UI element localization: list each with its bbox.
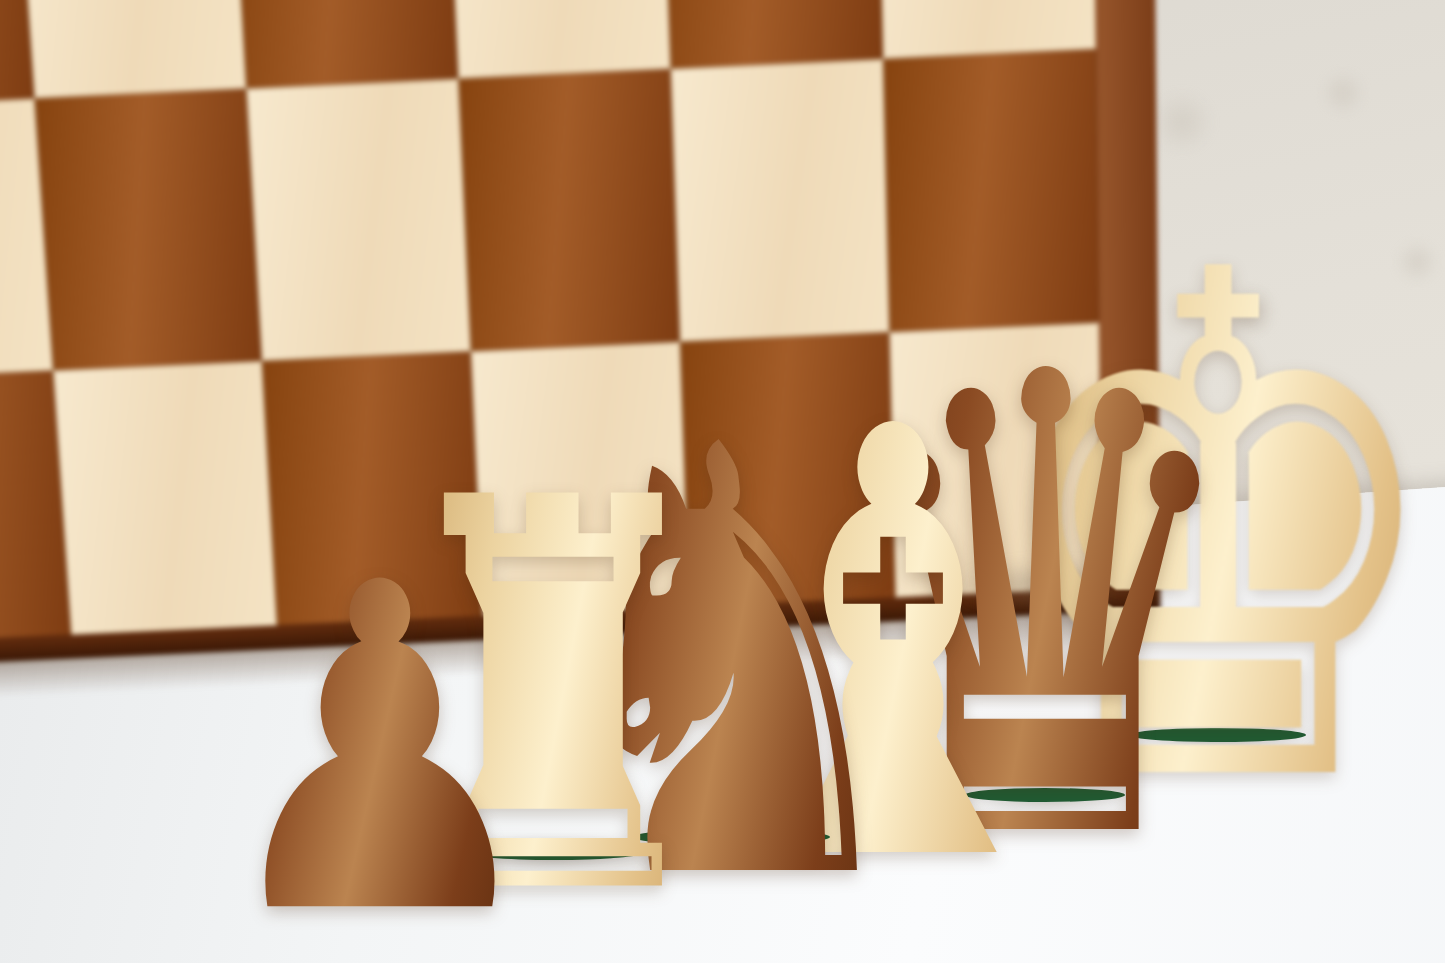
board-square-dark: [661, 0, 883, 69]
board-square-dark: [34, 89, 261, 371]
chess-set-photo: ♟ ♜ ♞ ♝ ♛ ♚: [0, 0, 1445, 963]
board-square-dark: [458, 69, 680, 352]
board-square-dark: [230, 0, 458, 89]
wall-bokeh-spot: [1320, 70, 1366, 116]
board-square-light: [15, 0, 246, 98]
pawn-piece: ♟: [380, 525, 783, 963]
board-square-light: [445, 0, 670, 79]
pawn-glyph: ♟: [209, 525, 552, 963]
board-square-light: [246, 79, 471, 361]
